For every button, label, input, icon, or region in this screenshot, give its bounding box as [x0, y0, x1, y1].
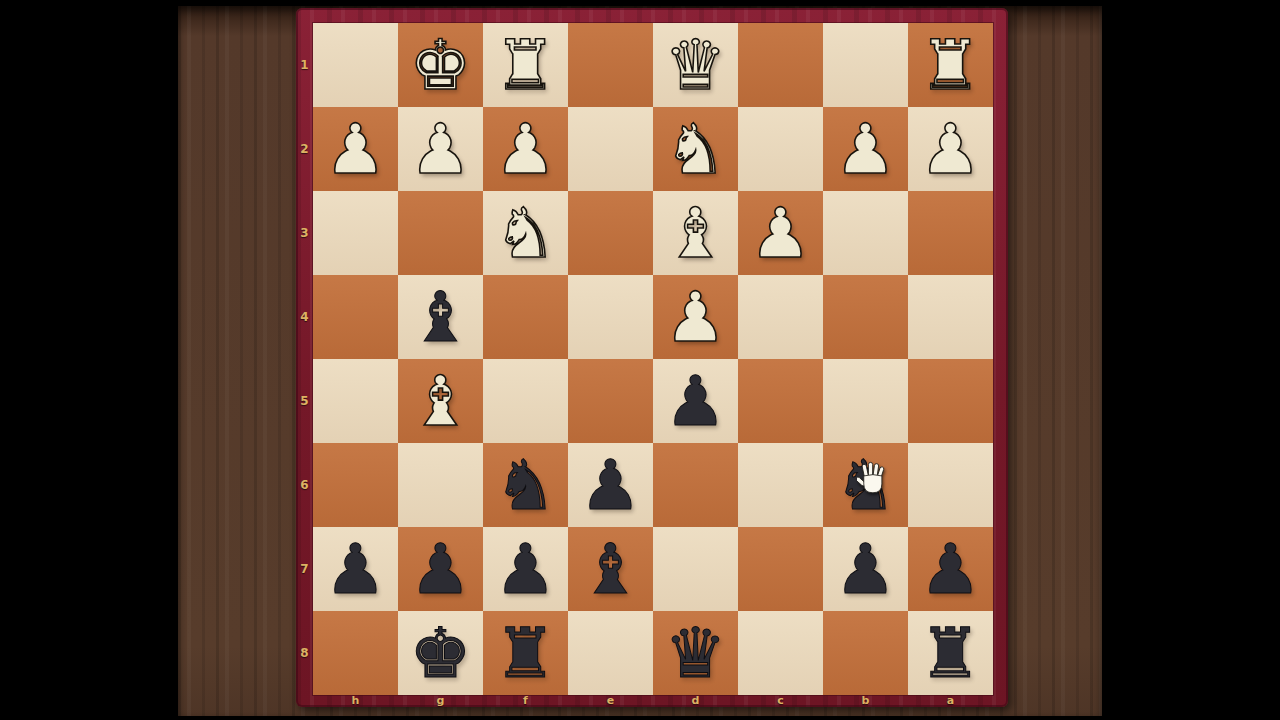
- square-d7[interactable]: [653, 527, 738, 611]
- square-d8[interactable]: ♛: [653, 611, 738, 695]
- square-d3[interactable]: ♝: [653, 191, 738, 275]
- square-c1[interactable]: [738, 23, 823, 107]
- square-g3[interactable]: [398, 191, 483, 275]
- square-c4[interactable]: [738, 275, 823, 359]
- square-g2[interactable]: ♟: [398, 107, 483, 191]
- white-pawn-piece[interactable]: ♟: [495, 107, 557, 191]
- rank-label-7: 7: [296, 527, 313, 611]
- white-queen-piece[interactable]: ♛: [665, 23, 727, 107]
- black-queen-piece[interactable]: ♛: [665, 611, 727, 695]
- square-d1[interactable]: ♛: [653, 23, 738, 107]
- square-f8[interactable]: ♜: [483, 611, 568, 695]
- square-a4[interactable]: [908, 275, 993, 359]
- white-knight-piece[interactable]: ♞: [495, 191, 557, 275]
- square-g6[interactable]: [398, 443, 483, 527]
- square-d2[interactable]: ♞: [653, 107, 738, 191]
- square-e5[interactable]: [568, 359, 653, 443]
- white-rook-piece[interactable]: ♜: [920, 23, 982, 107]
- black-pawn-piece[interactable]: ♟: [580, 443, 642, 527]
- wood-background: 12345678 ♚♜♛♜♟♟♟♞♟♟♞♝♟♝♟♝♟♞♟♞ ♟♟♟♝♟♟♚♜♛♜…: [178, 6, 1102, 716]
- square-h1[interactable]: [313, 23, 398, 107]
- rank-label-3: 3: [296, 191, 313, 275]
- white-pawn-piece[interactable]: ♟: [665, 275, 727, 359]
- black-pawn-piece[interactable]: ♟: [835, 527, 897, 611]
- square-e2[interactable]: [568, 107, 653, 191]
- rank-label-8: 8: [296, 611, 313, 695]
- rank-label-2: 2: [296, 107, 313, 191]
- square-c7[interactable]: [738, 527, 823, 611]
- square-f2[interactable]: ♟: [483, 107, 568, 191]
- square-h4[interactable]: [313, 275, 398, 359]
- square-h3[interactable]: [313, 191, 398, 275]
- square-c8[interactable]: [738, 611, 823, 695]
- square-h5[interactable]: [313, 359, 398, 443]
- square-e6[interactable]: ♟: [568, 443, 653, 527]
- square-g8[interactable]: ♚: [398, 611, 483, 695]
- square-a7[interactable]: ♟: [908, 527, 993, 611]
- square-f6[interactable]: ♞: [483, 443, 568, 527]
- square-g1[interactable]: ♚: [398, 23, 483, 107]
- file-label-h: h: [313, 694, 398, 707]
- black-pawn-piece[interactable]: ♟: [920, 527, 982, 611]
- square-e7[interactable]: ♝: [568, 527, 653, 611]
- file-label-f: f: [483, 694, 568, 707]
- white-pawn-piece[interactable]: ♟: [920, 107, 982, 191]
- square-e1[interactable]: [568, 23, 653, 107]
- white-knight-piece[interactable]: ♞: [665, 107, 727, 191]
- square-g5[interactable]: ♝: [398, 359, 483, 443]
- square-h6[interactable]: [313, 443, 398, 527]
- square-b2[interactable]: ♟: [823, 107, 908, 191]
- square-b4[interactable]: [823, 275, 908, 359]
- square-a2[interactable]: ♟: [908, 107, 993, 191]
- square-g7[interactable]: ♟: [398, 527, 483, 611]
- black-rook-piece[interactable]: ♜: [920, 611, 982, 695]
- chess-board[interactable]: ♚♜♛♜♟♟♟♞♟♟♞♝♟♝♟♝♟♞♟♞ ♟♟♟♝♟♟♚♜♛♜: [313, 23, 993, 695]
- black-knight-piece[interactable]: ♞: [495, 443, 557, 527]
- square-b6[interactable]: ♞: [823, 443, 908, 527]
- white-pawn-piece[interactable]: ♟: [750, 191, 812, 275]
- square-g4[interactable]: ♝: [398, 275, 483, 359]
- white-bishop-piece[interactable]: ♝: [410, 359, 472, 443]
- letterbox-left: [0, 0, 178, 720]
- square-e8[interactable]: [568, 611, 653, 695]
- square-f1[interactable]: ♜: [483, 23, 568, 107]
- file-label-d: d: [653, 694, 738, 707]
- black-bishop-piece[interactable]: ♝: [410, 275, 472, 359]
- square-b8[interactable]: [823, 611, 908, 695]
- white-pawn-piece[interactable]: ♟: [325, 107, 387, 191]
- black-pawn-piece[interactable]: ♟: [665, 359, 727, 443]
- file-label-e: e: [568, 694, 653, 707]
- square-a3[interactable]: [908, 191, 993, 275]
- letterbox-right: [1102, 0, 1280, 720]
- square-h7[interactable]: ♟: [313, 527, 398, 611]
- square-c6[interactable]: [738, 443, 823, 527]
- rank-label-5: 5: [296, 359, 313, 443]
- square-f3[interactable]: ♞: [483, 191, 568, 275]
- black-bishop-piece[interactable]: ♝: [580, 527, 642, 611]
- black-king-piece[interactable]: ♚: [410, 611, 472, 695]
- rank-labels: 12345678: [296, 23, 313, 695]
- square-f4[interactable]: [483, 275, 568, 359]
- square-a6[interactable]: [908, 443, 993, 527]
- square-h2[interactable]: ♟: [313, 107, 398, 191]
- black-pawn-piece[interactable]: ♟: [495, 527, 557, 611]
- white-bishop-piece[interactable]: ♝: [665, 191, 727, 275]
- square-b3[interactable]: [823, 191, 908, 275]
- file-label-g: g: [398, 694, 483, 707]
- square-a1[interactable]: ♜: [908, 23, 993, 107]
- white-pawn-piece[interactable]: ♟: [835, 107, 897, 191]
- square-f5[interactable]: [483, 359, 568, 443]
- square-b1[interactable]: [823, 23, 908, 107]
- square-b5[interactable]: [823, 359, 908, 443]
- black-pawn-piece[interactable]: ♟: [410, 527, 472, 611]
- square-d6[interactable]: [653, 443, 738, 527]
- square-h8[interactable]: [313, 611, 398, 695]
- square-c3[interactable]: ♟: [738, 191, 823, 275]
- white-king-piece[interactable]: ♚: [410, 23, 472, 107]
- square-f7[interactable]: ♟: [483, 527, 568, 611]
- file-label-a: a: [908, 694, 993, 707]
- square-a8[interactable]: ♜: [908, 611, 993, 695]
- white-rook-piece[interactable]: ♜: [495, 23, 557, 107]
- square-d5[interactable]: ♟: [653, 359, 738, 443]
- black-pawn-piece[interactable]: ♟: [325, 527, 387, 611]
- file-labels: hgfedcba: [313, 694, 993, 707]
- square-e4[interactable]: [568, 275, 653, 359]
- file-label-b: b: [823, 694, 908, 707]
- square-a5[interactable]: [908, 359, 993, 443]
- square-d4[interactable]: ♟: [653, 275, 738, 359]
- square-c2[interactable]: [738, 107, 823, 191]
- file-label-c: c: [738, 694, 823, 707]
- square-c5[interactable]: [738, 359, 823, 443]
- rank-label-6: 6: [296, 443, 313, 527]
- rank-label-4: 4: [296, 275, 313, 359]
- black-rook-piece[interactable]: ♜: [495, 611, 557, 695]
- hand-cursor-icon: [857, 459, 889, 499]
- square-e3[interactable]: [568, 191, 653, 275]
- rank-label-1: 1: [296, 23, 313, 107]
- white-pawn-piece[interactable]: ♟: [410, 107, 472, 191]
- square-b7[interactable]: ♟: [823, 527, 908, 611]
- board-frame: 12345678 ♚♜♛♜♟♟♟♞♟♟♞♝♟♝♟♝♟♞♟♞ ♟♟♟♝♟♟♚♜♛♜…: [296, 8, 1008, 707]
